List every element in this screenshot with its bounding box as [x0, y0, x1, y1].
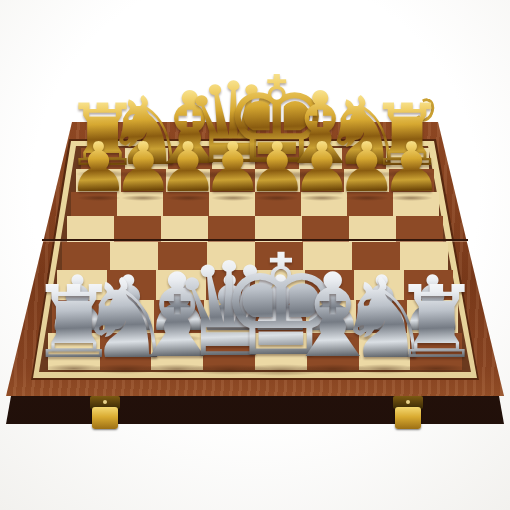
clasp-right-screw: [406, 400, 410, 404]
clasp-right[interactable]: [391, 396, 425, 434]
product-photo: ♜♞♝♛♚♝♞♜♟♟♟♟♟♟♟♟♟♟♟♟♟♟♟♟♜♞♝♛♚♝♞♜: [0, 0, 510, 510]
gold-pawn-h7[interactable]: ♟: [377, 133, 446, 202]
clasp-left-body: [92, 407, 118, 429]
piece-glyph: ♜: [386, 273, 486, 373]
clasp-right-body: [395, 407, 421, 429]
piece-glyph: ♟: [377, 133, 446, 202]
clasp-left[interactable]: [88, 396, 122, 434]
clasp-left-screw: [103, 400, 107, 404]
silver-rook-h1[interactable]: ♜: [386, 273, 486, 373]
